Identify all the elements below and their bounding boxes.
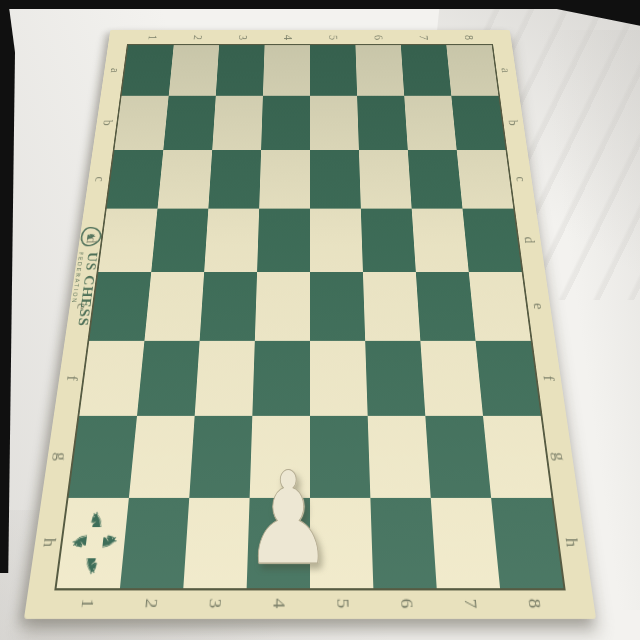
square-b1[interactable] bbox=[114, 96, 168, 150]
coord-right-e: e bbox=[529, 303, 547, 309]
coord-bottom-6: 6 bbox=[395, 598, 416, 608]
square-b4[interactable] bbox=[261, 96, 310, 150]
knight-icon: ♞ bbox=[87, 509, 106, 530]
coord-top-5: 5 bbox=[325, 35, 339, 40]
coord-left-b: b bbox=[99, 120, 115, 126]
square-b5[interactable] bbox=[310, 96, 359, 150]
coord-right-g: g bbox=[549, 452, 569, 461]
square-c5[interactable] bbox=[310, 150, 361, 209]
coord-left-h: h bbox=[38, 537, 59, 546]
square-b2[interactable] bbox=[163, 96, 215, 150]
coord-top-2: 2 bbox=[190, 35, 205, 40]
square-g7[interactable] bbox=[425, 416, 491, 498]
square-c3[interactable] bbox=[208, 150, 261, 209]
coord-bottom-8: 8 bbox=[523, 598, 544, 608]
square-h2[interactable] bbox=[120, 498, 189, 588]
square-d4[interactable] bbox=[257, 209, 310, 272]
square-f6[interactable] bbox=[365, 341, 425, 416]
square-f3[interactable] bbox=[195, 341, 255, 416]
square-g8[interactable] bbox=[483, 416, 551, 498]
square-d3[interactable] bbox=[204, 209, 259, 272]
four-knights-diamond-logo: ♞ ♞ ♞ ♞ bbox=[57, 498, 129, 588]
coord-bottom-2: 2 bbox=[140, 598, 161, 608]
coord-left-g: g bbox=[51, 452, 71, 461]
square-h6[interactable] bbox=[370, 498, 436, 588]
coord-left-f: f bbox=[63, 375, 82, 380]
square-c4[interactable] bbox=[259, 150, 310, 209]
square-f2[interactable] bbox=[137, 341, 200, 416]
square-g1[interactable] bbox=[69, 416, 137, 498]
coord-right-b: b bbox=[505, 120, 521, 126]
white-pawn-glyph: ♟ bbox=[243, 460, 333, 578]
square-f7[interactable] bbox=[420, 341, 483, 416]
square-e4[interactable] bbox=[255, 272, 310, 341]
coord-top-1: 1 bbox=[144, 35, 159, 40]
square-b6[interactable] bbox=[357, 96, 408, 150]
square-a2[interactable] bbox=[169, 45, 219, 95]
knight-icon: ♞ bbox=[85, 232, 97, 241]
knight-icon: ♞ bbox=[98, 532, 119, 551]
coord-right-d: d bbox=[520, 236, 537, 243]
square-g2[interactable] bbox=[129, 416, 195, 498]
square-c1[interactable] bbox=[107, 150, 164, 209]
square-a6[interactable] bbox=[355, 45, 404, 95]
square-h3[interactable] bbox=[183, 498, 249, 588]
square-c2[interactable] bbox=[158, 150, 213, 209]
square-b3[interactable] bbox=[212, 96, 263, 150]
square-f8[interactable] bbox=[476, 341, 541, 416]
photo-background: 1122334455667788aabbccddeeffgghh ♞ US CH… bbox=[0, 0, 640, 640]
square-a1[interactable] bbox=[122, 45, 174, 95]
coord-top-7: 7 bbox=[416, 35, 431, 40]
square-e5[interactable] bbox=[310, 272, 365, 341]
square-d2[interactable] bbox=[151, 209, 208, 272]
square-f1[interactable] bbox=[79, 341, 144, 416]
coord-right-f: f bbox=[539, 375, 558, 380]
coord-top-8: 8 bbox=[461, 35, 476, 40]
coord-bottom-1: 1 bbox=[76, 598, 97, 608]
square-e2[interactable] bbox=[144, 272, 204, 341]
coord-top-6: 6 bbox=[370, 35, 385, 40]
square-b8[interactable] bbox=[451, 96, 505, 150]
coord-bottom-7: 7 bbox=[459, 598, 480, 608]
square-h8[interactable] bbox=[491, 498, 563, 588]
coord-left-c: c bbox=[91, 176, 108, 181]
coord-right-h: h bbox=[561, 537, 582, 546]
coord-bottom-3: 3 bbox=[204, 598, 225, 608]
coord-top-4: 4 bbox=[280, 35, 294, 40]
coord-top-3: 3 bbox=[235, 35, 250, 40]
square-e7[interactable] bbox=[416, 272, 476, 341]
coord-right-c: c bbox=[512, 176, 529, 181]
square-e8[interactable] bbox=[469, 272, 531, 341]
knight-icon: ♞ bbox=[82, 554, 101, 576]
square-c8[interactable] bbox=[457, 150, 514, 209]
square-e6[interactable] bbox=[363, 272, 420, 341]
square-a5[interactable] bbox=[310, 45, 357, 95]
coord-right-a: a bbox=[498, 68, 513, 73]
square-f5[interactable] bbox=[310, 341, 368, 416]
coord-bottom-4: 4 bbox=[268, 598, 288, 608]
square-d8[interactable] bbox=[462, 209, 521, 272]
dark-background-edge-left bbox=[0, 7, 15, 573]
coord-bottom-5: 5 bbox=[332, 598, 352, 608]
square-f4[interactable] bbox=[252, 341, 310, 416]
square-d1[interactable] bbox=[98, 209, 157, 272]
square-d5[interactable] bbox=[310, 209, 363, 272]
square-d6[interactable] bbox=[361, 209, 416, 272]
knight-icon: ♞ bbox=[69, 532, 90, 551]
coord-left-a: a bbox=[107, 68, 122, 73]
square-c7[interactable] bbox=[408, 150, 463, 209]
square-c6[interactable] bbox=[359, 150, 412, 209]
square-e3[interactable] bbox=[200, 272, 257, 341]
square-a7[interactable] bbox=[401, 45, 451, 95]
uschess-knight-badge-icon: ♞ bbox=[80, 227, 103, 246]
square-h7[interactable] bbox=[431, 498, 500, 588]
square-a4[interactable] bbox=[263, 45, 310, 95]
square-e1[interactable] bbox=[89, 272, 151, 341]
square-g6[interactable] bbox=[368, 416, 431, 498]
square-b7[interactable] bbox=[404, 96, 456, 150]
white-pawn[interactable]: ♟ bbox=[252, 460, 324, 578]
square-a8[interactable] bbox=[446, 45, 498, 95]
square-d7[interactable] bbox=[412, 209, 469, 272]
square-a3[interactable] bbox=[216, 45, 265, 95]
